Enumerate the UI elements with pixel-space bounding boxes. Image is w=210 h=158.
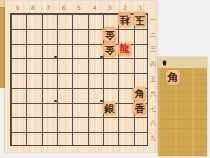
file-label-8: 8 <box>25 3 40 12</box>
shogi-piece-角-16[interactable]: 角 <box>133 87 146 101</box>
shogi-piece-香-17[interactable]: 香 <box>133 102 146 116</box>
rank-label-8: 八 <box>149 116 157 131</box>
file-label-4: 4 <box>87 3 102 12</box>
hoshi-dot <box>100 100 102 102</box>
rank-label-6: 六 <box>149 87 157 102</box>
hoshi-dot <box>54 100 56 102</box>
rank-label-3: 三 <box>149 43 157 58</box>
rank-label-2: 二 <box>149 28 157 43</box>
rank-labels: 一二三四五六七八九 <box>149 13 157 146</box>
shogi-piece-玉-11[interactable]: 玉 <box>133 13 146 27</box>
shogi-piece-龍-23[interactable]: 龍 <box>118 43 131 57</box>
file-label-1: 1 <box>133 3 148 12</box>
file-label-9: 9 <box>10 3 25 12</box>
file-label-5: 5 <box>71 3 86 12</box>
file-label-3: 3 <box>102 3 117 12</box>
shogi-board: 987654321 一二三四五六七八九 桂玉金金龍角銀香 <box>5 1 157 152</box>
rank-label-7: 七 <box>149 102 157 117</box>
hoshi-dot <box>100 56 102 58</box>
sente-komadai: 角 <box>158 57 207 156</box>
shogi-piece-金-32[interactable]: 金 <box>103 28 116 42</box>
rank-label-4: 四 <box>149 57 157 72</box>
komadai-header-band <box>158 57 207 68</box>
shogi-piece-銀-37[interactable]: 銀 <box>103 102 116 116</box>
shogi-diagram: 987654321 一二三四五六七八九 桂玉金金龍角銀香 角 <box>0 0 210 158</box>
sente-piece-marker-icon <box>162 60 167 66</box>
rank-label-9: 九 <box>149 131 157 146</box>
shogi-piece-金-33[interactable]: 金 <box>103 43 116 57</box>
rank-label-5: 五 <box>149 72 157 87</box>
rank-label-1: 一 <box>149 13 157 28</box>
file-labels: 987654321 <box>10 3 148 12</box>
piece-layer: 桂玉金金龍角銀香 <box>11 14 147 145</box>
file-label-7: 7 <box>41 3 56 12</box>
board-grid[interactable]: 桂玉金金龍角銀香 <box>10 13 148 146</box>
hoshi-dot <box>54 56 56 58</box>
file-label-6: 6 <box>56 3 71 12</box>
shogi-piece-桂-21[interactable]: 桂 <box>118 13 131 27</box>
file-label-2: 2 <box>117 3 132 12</box>
hand-piece-角[interactable]: 角 <box>166 70 180 85</box>
